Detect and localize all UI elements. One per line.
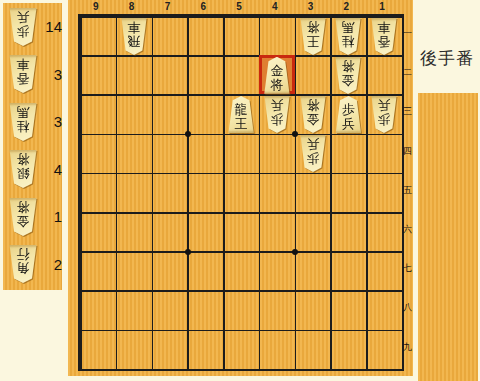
hand-row-bishop: 角行2 [3,241,62,289]
gote-gold-piece[interactable]: 金将 [334,57,362,94]
rank-label-6: 六 [402,210,413,249]
piece-face: 角行 [8,245,38,283]
piece-face: 桂馬 [334,18,362,55]
rank-label-8: 八 [402,288,413,327]
piece-face: 香車 [8,55,38,93]
hand-count-bishop: 2 [43,256,62,273]
rank-label-9: 九 [402,328,413,367]
file-label-6: 6 [185,0,221,13]
hand-count-knight: 3 [43,113,62,130]
rank-label-3: 三 [402,92,413,131]
file-label-5: 5 [221,0,257,13]
gote-pawn-piece[interactable]: 歩兵 [263,96,291,133]
gote-pawn-piece[interactable]: 歩兵 [8,8,38,46]
piece-face: 歩兵 [334,96,362,133]
rank-label-4: 四 [402,132,413,171]
hand-row-silver: 銀将4 [3,146,62,194]
piece-face: 王将 [299,18,327,55]
gote-gold-piece[interactable]: 金将 [299,96,327,133]
rank-label-1: 一 [402,14,413,53]
piece-face: 歩兵 [299,135,327,172]
board-grid[interactable]: 飛車王将桂馬香車金将金将龍王歩兵金将歩兵歩兵歩兵 [78,14,404,371]
file-label-9: 9 [78,0,114,13]
hand-row-lance: 香車3 [3,51,62,99]
hand-count-pawn: 14 [43,18,62,35]
gote-lance-piece[interactable]: 香車 [370,18,398,55]
piece-face: 銀将 [8,150,38,188]
star-point [292,249,298,255]
hand-row-pawn: 歩兵14 [3,3,62,51]
gote-gold-piece[interactable]: 金将 [8,198,38,236]
gote-silver-piece[interactable]: 銀将 [8,150,38,188]
gote-bishop-piece[interactable]: 角行 [8,245,38,283]
gote-rook-piece[interactable]: 飛車 [120,18,148,55]
piece-face: 香車 [370,18,398,55]
hand-row-gold: 金将1 [3,193,62,241]
piece-face: 歩兵 [263,96,291,133]
gote-knight-piece[interactable]: 桂馬 [334,18,362,55]
gote-pawn-piece[interactable]: 歩兵 [370,96,398,133]
file-label-1: 1 [364,0,400,13]
piece-face: 歩兵 [8,8,38,46]
piece-face: 金将 [299,96,327,133]
rank-label-2: 二 [402,53,413,92]
gote-knight-piece[interactable]: 桂馬 [8,103,38,141]
gote-hand-tray: 歩兵14香車3桂馬3銀将4金将1角行2 [3,3,62,290]
file-label-4: 4 [257,0,293,13]
file-label-8: 8 [114,0,150,13]
piece-face: 金将 [8,198,38,236]
star-point [292,131,298,137]
gote-king-piece[interactable]: 王将 [299,18,327,55]
piece-face: 飛車 [120,18,148,55]
piece-face: 金将 [263,57,291,94]
piece-face: 龍王 [227,96,255,133]
hand-row-knight: 桂馬3 [3,98,62,146]
hand-count-gold: 1 [43,208,62,225]
sente-hand-tray [418,93,478,381]
gote-lance-piece[interactable]: 香車 [8,55,38,93]
star-point [185,131,191,137]
rank-label-7: 七 [402,249,413,288]
file-label-2: 2 [328,0,364,13]
sente-promoted-rook-piece[interactable]: 龍王 [227,96,255,133]
piece-face: 桂馬 [8,103,38,141]
piece-face: 金将 [334,57,362,94]
rank-label-5: 五 [402,171,413,210]
hand-count-lance: 3 [43,66,62,83]
gote-pawn-piece[interactable]: 歩兵 [299,135,327,172]
sente-pawn-piece[interactable]: 歩兵 [334,96,362,133]
shogi-board: 987654321 飛車王将桂馬香車金将金将龍王歩兵金将歩兵歩兵歩兵 一二三四五… [68,0,413,376]
star-point [185,249,191,255]
piece-face: 歩兵 [370,96,398,133]
turn-indicator: 後手番 [420,47,478,70]
hand-count-silver: 4 [43,161,62,178]
file-label-7: 7 [150,0,186,13]
sente-gold-piece[interactable]: 金将 [263,57,291,94]
file-label-3: 3 [293,0,329,13]
